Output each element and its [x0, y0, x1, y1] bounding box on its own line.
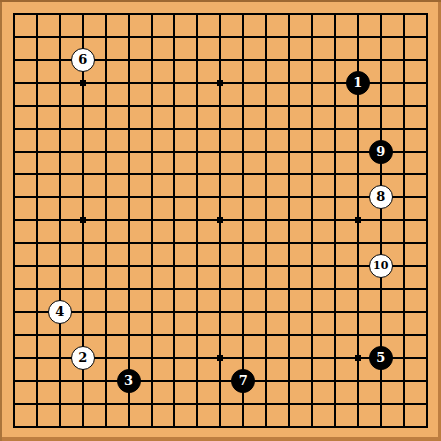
grid-line-horizontal [13, 288, 428, 290]
star-point [80, 217, 86, 223]
grid-line-vertical [426, 13, 428, 428]
star-point [355, 217, 361, 223]
star-point [355, 355, 361, 361]
grid-line-horizontal [13, 403, 428, 405]
grid-line-vertical [242, 13, 244, 428]
go-board: 12345678910 [0, 0, 441, 441]
grid-line-horizontal [13, 265, 428, 267]
grid-line-vertical [288, 13, 290, 428]
stone-white-8: 8 [369, 185, 393, 209]
stone-black-5: 5 [369, 346, 393, 370]
grid-line-horizontal [13, 380, 428, 382]
star-point [217, 80, 223, 86]
goban-grid: 12345678910 [0, 0, 441, 441]
grid-line-vertical [265, 13, 267, 428]
stone-black-7: 7 [231, 369, 255, 393]
stone-black-1: 1 [346, 71, 370, 95]
stone-white-6: 6 [71, 48, 95, 72]
star-point [217, 355, 223, 361]
star-point [217, 217, 223, 223]
stone-black-9: 9 [369, 140, 393, 164]
stone-white-10: 10 [369, 254, 393, 278]
grid-line-horizontal [13, 242, 428, 244]
grid-line-horizontal [13, 311, 428, 313]
grid-line-vertical [403, 13, 405, 428]
stone-white-2: 2 [71, 346, 95, 370]
grid-line-vertical [334, 13, 336, 428]
grid-line-horizontal [13, 334, 428, 336]
stone-black-3: 3 [117, 369, 141, 393]
star-point [80, 80, 86, 86]
grid-line-horizontal [13, 426, 428, 428]
stone-white-4: 4 [48, 300, 72, 324]
grid-line-vertical [311, 13, 313, 428]
